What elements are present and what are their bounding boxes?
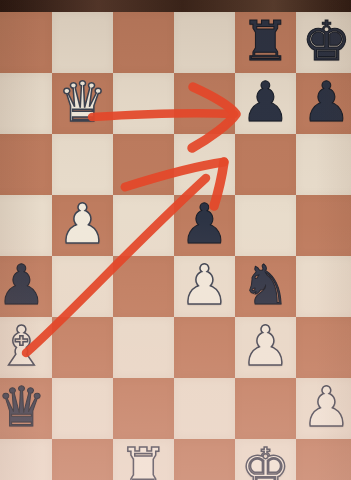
photo-area: ♜♚♛♟♟♟♟♟♟♞♝♟♛♟♜♚ <box>0 0 351 480</box>
chess-board: ♜♚♛♟♟♟♟♟♟♞♝♟♛♟♜♚ <box>0 12 351 480</box>
white-pawn[interactable]: ♟ <box>180 258 229 313</box>
square-c1[interactable] <box>52 439 113 480</box>
black-queen[interactable]: ♛ <box>0 380 46 435</box>
black-pawn[interactable]: ♟ <box>241 75 290 130</box>
chessboard-photo: ♜♚♛♟♟♟♟♟♟♞♝♟♛♟♜♚ <box>0 0 351 480</box>
square-g2[interactable]: ♟ <box>296 378 351 439</box>
square-e6[interactable] <box>174 134 235 195</box>
square-f6[interactable] <box>235 134 296 195</box>
white-rook[interactable]: ♜ <box>119 441 168 480</box>
square-g7[interactable]: ♟ <box>296 73 351 134</box>
white-pawn[interactable]: ♟ <box>302 380 351 435</box>
square-g5[interactable] <box>296 195 351 256</box>
square-d2[interactable] <box>113 378 174 439</box>
square-f3[interactable]: ♟ <box>235 317 296 378</box>
square-d1[interactable]: ♜ <box>113 439 174 480</box>
square-d5[interactable] <box>113 195 174 256</box>
square-f2[interactable] <box>235 378 296 439</box>
square-c5[interactable]: ♟ <box>52 195 113 256</box>
square-d4[interactable] <box>113 256 174 317</box>
square-c4[interactable] <box>52 256 113 317</box>
white-pawn[interactable]: ♟ <box>58 197 107 252</box>
square-e1[interactable] <box>174 439 235 480</box>
square-f5[interactable] <box>235 195 296 256</box>
black-pawn[interactable]: ♟ <box>302 75 351 130</box>
square-c2[interactable] <box>52 378 113 439</box>
square-b3[interactable]: ♝ <box>0 317 52 378</box>
square-e3[interactable] <box>174 317 235 378</box>
square-g1[interactable] <box>296 439 351 480</box>
square-e7[interactable] <box>174 73 235 134</box>
black-knight[interactable]: ♞ <box>241 258 290 313</box>
square-c7[interactable]: ♛ <box>52 73 113 134</box>
square-g3[interactable] <box>296 317 351 378</box>
square-g4[interactable] <box>296 256 351 317</box>
square-d3[interactable] <box>113 317 174 378</box>
white-queen[interactable]: ♛ <box>58 75 107 130</box>
square-f4[interactable]: ♞ <box>235 256 296 317</box>
square-e4[interactable]: ♟ <box>174 256 235 317</box>
square-c8[interactable] <box>52 12 113 73</box>
square-b7[interactable] <box>0 73 52 134</box>
black-rook[interactable]: ♜ <box>241 14 290 69</box>
black-pawn[interactable]: ♟ <box>180 197 229 252</box>
square-e8[interactable] <box>174 12 235 73</box>
black-king[interactable]: ♚ <box>302 14 351 69</box>
square-d6[interactable] <box>113 134 174 195</box>
square-b4[interactable]: ♟ <box>0 256 52 317</box>
square-c3[interactable] <box>52 317 113 378</box>
square-d8[interactable] <box>113 12 174 73</box>
white-pawn[interactable]: ♟ <box>241 319 290 374</box>
square-f8[interactable]: ♜ <box>235 12 296 73</box>
black-pawn[interactable]: ♟ <box>0 258 46 313</box>
square-b6[interactable] <box>0 134 52 195</box>
square-b2[interactable]: ♛ <box>0 378 52 439</box>
square-b5[interactable] <box>0 195 52 256</box>
square-f7[interactable]: ♟ <box>235 73 296 134</box>
square-b1[interactable] <box>0 439 52 480</box>
white-king[interactable]: ♚ <box>241 441 290 480</box>
square-c6[interactable] <box>52 134 113 195</box>
square-e2[interactable] <box>174 378 235 439</box>
square-f1[interactable]: ♚ <box>235 439 296 480</box>
square-g6[interactable] <box>296 134 351 195</box>
white-bishop[interactable]: ♝ <box>0 319 46 374</box>
square-d7[interactable] <box>113 73 174 134</box>
square-b8[interactable] <box>0 12 52 73</box>
square-e5[interactable]: ♟ <box>174 195 235 256</box>
square-g8[interactable]: ♚ <box>296 12 351 73</box>
